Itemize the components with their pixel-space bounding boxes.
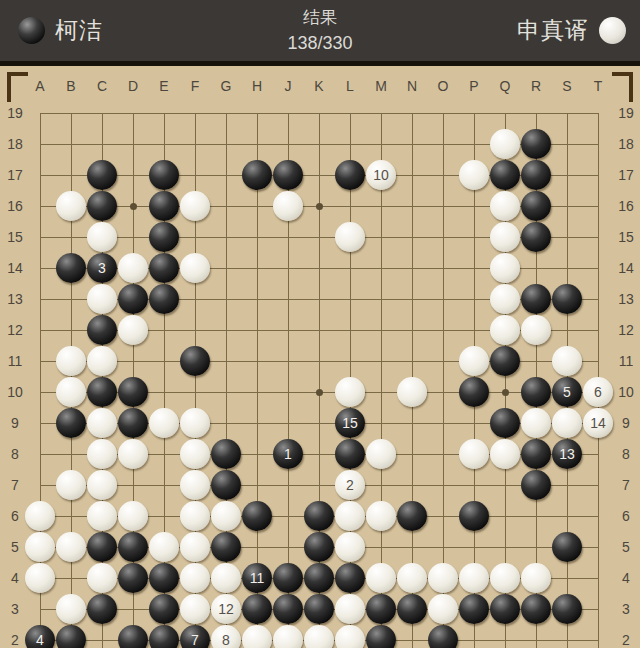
star-point-K10	[316, 389, 323, 396]
black-stone-R8	[521, 439, 551, 469]
black-stone-G7	[211, 470, 241, 500]
white-stone-B16	[56, 191, 86, 221]
black-stone-N6	[397, 501, 427, 531]
grid-hline	[40, 485, 599, 486]
move-number-2: 2	[346, 477, 354, 493]
col-label-L: L	[339, 78, 361, 94]
white-stone-C11	[87, 346, 117, 376]
black-stone-M3	[366, 594, 396, 624]
row-label-right-5: 5	[613, 538, 639, 556]
white-stone-L6	[335, 501, 365, 531]
white-stone-L15	[335, 222, 365, 252]
col-label-J: J	[277, 78, 299, 94]
row-label-right-14: 14	[613, 259, 639, 277]
black-stone-H4: 11	[242, 563, 272, 593]
star-point-Q10	[502, 389, 509, 396]
black-stone-L8	[335, 439, 365, 469]
row-label-left-15: 15	[2, 228, 28, 246]
row-label-left-7: 7	[2, 476, 28, 494]
black-stone-R13	[521, 284, 551, 314]
black-stone-R17	[521, 160, 551, 190]
black-stone-E16	[149, 191, 179, 221]
black-stone-E3	[149, 594, 179, 624]
black-stone-H6	[242, 501, 272, 531]
white-stone-D14	[118, 253, 148, 283]
white-stone-F3	[180, 594, 210, 624]
white-stone-Q13	[490, 284, 520, 314]
move-number-13: 13	[559, 446, 575, 462]
row-label-right-9: 9	[613, 414, 639, 432]
row-label-left-11: 11	[2, 352, 28, 370]
white-stone-K2	[304, 625, 334, 648]
row-label-left-3: 3	[2, 600, 28, 618]
move-number-8: 8	[222, 632, 230, 648]
match-header: 柯洁 结果 138/330 申真谞	[0, 0, 640, 66]
black-stone-J3	[273, 594, 303, 624]
black-stone-D5	[118, 532, 148, 562]
row-label-right-4: 4	[613, 569, 639, 587]
black-stone-H17	[242, 160, 272, 190]
col-label-E: E	[153, 78, 175, 94]
move-number-1: 1	[284, 446, 292, 462]
white-stone-Q18	[490, 129, 520, 159]
row-label-right-6: 6	[613, 507, 639, 525]
white-stone-F5	[180, 532, 210, 562]
black-stone-J17	[273, 160, 303, 190]
black-stone-Q3	[490, 594, 520, 624]
black-stone-L4	[335, 563, 365, 593]
row-label-left-13: 13	[2, 290, 28, 308]
black-stone-S3	[552, 594, 582, 624]
white-stone-F4	[180, 563, 210, 593]
black-stone-C3	[87, 594, 117, 624]
white-stone-O4	[428, 563, 458, 593]
black-stone-K4	[304, 563, 334, 593]
white-stone-F9	[180, 408, 210, 438]
go-board[interactable]: ABCDEFGHJKLMNOPQRST191918181717161615151…	[0, 66, 640, 648]
col-label-P: P	[463, 78, 485, 94]
white-stone-D8	[118, 439, 148, 469]
white-stone-G6	[211, 501, 241, 531]
white-stone-F6	[180, 501, 210, 531]
black-stone-O2	[428, 625, 458, 648]
col-label-O: O	[432, 78, 454, 94]
white-stone-C15	[87, 222, 117, 252]
board-frame-corner-left	[7, 72, 28, 102]
black-stone-R3	[521, 594, 551, 624]
black-stone-E4	[149, 563, 179, 593]
white-stone-F8	[180, 439, 210, 469]
col-label-K: K	[308, 78, 330, 94]
black-stone-D9	[118, 408, 148, 438]
black-stone-J4	[273, 563, 303, 593]
black-stone-E2	[149, 625, 179, 648]
col-label-N: N	[401, 78, 423, 94]
black-stone-L9: 15	[335, 408, 365, 438]
go-app-screen: 柯洁 结果 138/330 申真谞 ABCDEFGHJKLMNOPQRST191…	[0, 0, 640, 648]
white-stone-J2	[273, 625, 303, 648]
col-label-B: B	[60, 78, 82, 94]
white-stone-D12	[118, 315, 148, 345]
black-stone-J8: 1	[273, 439, 303, 469]
col-label-H: H	[246, 78, 268, 94]
col-label-G: G	[215, 78, 237, 94]
black-stone-D4	[118, 563, 148, 593]
white-stone-N4	[397, 563, 427, 593]
white-stone-Q8	[490, 439, 520, 469]
col-label-Q: Q	[494, 78, 516, 94]
col-label-S: S	[556, 78, 578, 94]
white-stone-N10	[397, 377, 427, 407]
black-stone-A2: 4	[25, 625, 55, 648]
row-label-right-15: 15	[613, 228, 639, 246]
row-label-right-8: 8	[613, 445, 639, 463]
row-label-right-13: 13	[613, 290, 639, 308]
white-stone-C6	[87, 501, 117, 531]
white-stone-M4	[366, 563, 396, 593]
white-stone-O3	[428, 594, 458, 624]
black-stone-F2: 7	[180, 625, 210, 648]
row-label-left-12: 12	[2, 321, 28, 339]
white-stone-C13	[87, 284, 117, 314]
white-stone-C4	[87, 563, 117, 593]
move-number-11: 11	[250, 570, 265, 586]
white-stone-B7	[56, 470, 86, 500]
black-stone-S10: 5	[552, 377, 582, 407]
board-frame-corner-right	[612, 72, 633, 102]
move-number-15: 15	[342, 415, 358, 431]
row-label-left-17: 17	[2, 166, 28, 184]
white-stone-B10	[56, 377, 86, 407]
move-number-4: 4	[36, 632, 44, 648]
white-stone-C8	[87, 439, 117, 469]
black-stone-R7	[521, 470, 551, 500]
white-stone-P17	[459, 160, 489, 190]
row-label-right-3: 3	[613, 600, 639, 618]
col-label-R: R	[525, 78, 547, 94]
black-stone-S8: 13	[552, 439, 582, 469]
black-stone-C10	[87, 377, 117, 407]
black-stone-S13	[552, 284, 582, 314]
row-label-right-11: 11	[613, 352, 639, 370]
row-label-left-19: 19	[2, 104, 28, 122]
row-label-right-2: 2	[613, 631, 639, 648]
black-stone-Q17	[490, 160, 520, 190]
white-stone-S9	[552, 408, 582, 438]
black-stone-G5	[211, 532, 241, 562]
white-stone-L5	[335, 532, 365, 562]
white-stone-M8	[366, 439, 396, 469]
col-label-A: A	[29, 78, 51, 94]
row-label-right-10: 10	[613, 383, 639, 401]
black-stone-L17	[335, 160, 365, 190]
white-stone-J16	[273, 191, 303, 221]
black-stone-D2	[118, 625, 148, 648]
white-stone-M6	[366, 501, 396, 531]
white-stone-B3	[56, 594, 86, 624]
white-stone-G3: 12	[211, 594, 241, 624]
black-stone-K3	[304, 594, 334, 624]
black-stone-K5	[304, 532, 334, 562]
white-stone-P4	[459, 563, 489, 593]
black-stone-N3	[397, 594, 427, 624]
move-number-10: 10	[373, 167, 389, 183]
row-label-right-12: 12	[613, 321, 639, 339]
move-number-14: 14	[590, 415, 606, 431]
white-stone-D6	[118, 501, 148, 531]
white-stone-E5	[149, 532, 179, 562]
white-stone-B11	[56, 346, 86, 376]
white-stone-L3	[335, 594, 365, 624]
white-stone-H2	[242, 625, 272, 648]
black-stone-R18	[521, 129, 551, 159]
black-stone-Q11	[490, 346, 520, 376]
white-stone-R9	[521, 408, 551, 438]
black-stone-E14	[149, 253, 179, 283]
black-stone-S5	[552, 532, 582, 562]
black-stone-P3	[459, 594, 489, 624]
black-stone-D13	[118, 284, 148, 314]
white-stone-F14	[180, 253, 210, 283]
row-label-left-18: 18	[2, 135, 28, 153]
white-stone-Q15	[490, 222, 520, 252]
black-stone-P6	[459, 501, 489, 531]
white-stone-Q14	[490, 253, 520, 283]
white-stone-S11	[552, 346, 582, 376]
black-stone-C5	[87, 532, 117, 562]
black-stone-F11	[180, 346, 210, 376]
row-label-right-16: 16	[613, 197, 639, 215]
row-label-left-8: 8	[2, 445, 28, 463]
white-stone-R4	[521, 563, 551, 593]
black-stone-B14	[56, 253, 86, 283]
black-stone-B9	[56, 408, 86, 438]
col-label-M: M	[370, 78, 392, 94]
white-stone-L2	[335, 625, 365, 648]
row-label-right-17: 17	[613, 166, 639, 184]
white-stone-C9	[87, 408, 117, 438]
white-stone-T9: 14	[583, 408, 613, 438]
white-stone-A6	[25, 501, 55, 531]
white-stone-T10: 6	[583, 377, 613, 407]
white-player-name: 申真谞	[517, 15, 589, 46]
row-label-left-14: 14	[2, 259, 28, 277]
black-stone-K6	[304, 501, 334, 531]
white-stone-F16	[180, 191, 210, 221]
white-stone-B5	[56, 532, 86, 562]
move-number-3: 3	[98, 260, 106, 276]
black-stone-C14: 3	[87, 253, 117, 283]
white-stone-Q16	[490, 191, 520, 221]
white-stone-M17: 10	[366, 160, 396, 190]
white-stone-G2: 8	[211, 625, 241, 648]
row-label-left-10: 10	[2, 383, 28, 401]
white-stone-Q4	[490, 563, 520, 593]
white-stone-Q12	[490, 315, 520, 345]
row-label-left-9: 9	[2, 414, 28, 432]
black-stone-R10	[521, 377, 551, 407]
white-stone-R12	[521, 315, 551, 345]
row-label-right-18: 18	[613, 135, 639, 153]
move-number-6: 6	[594, 384, 602, 400]
white-stone-P8	[459, 439, 489, 469]
white-stone-A4	[25, 563, 55, 593]
black-stone-H3	[242, 594, 272, 624]
move-number-5: 5	[563, 384, 571, 400]
col-label-D: D	[122, 78, 144, 94]
black-stone-Q9	[490, 408, 520, 438]
move-number-7: 7	[191, 632, 199, 648]
white-stone-icon	[599, 17, 626, 44]
white-stone-L7: 2	[335, 470, 365, 500]
star-point-D16	[130, 203, 137, 210]
white-stone-G4	[211, 563, 241, 593]
black-stone-C16	[87, 191, 117, 221]
white-stone-E9	[149, 408, 179, 438]
col-label-F: F	[184, 78, 206, 94]
black-stone-C12	[87, 315, 117, 345]
col-label-C: C	[91, 78, 113, 94]
star-point-K16	[316, 203, 323, 210]
black-stone-R16	[521, 191, 551, 221]
white-stone-A5	[25, 532, 55, 562]
black-stone-P10	[459, 377, 489, 407]
black-stone-R15	[521, 222, 551, 252]
black-stone-E13	[149, 284, 179, 314]
row-label-right-7: 7	[613, 476, 639, 494]
black-stone-B2	[56, 625, 86, 648]
col-label-T: T	[587, 78, 609, 94]
black-stone-C17	[87, 160, 117, 190]
white-stone-L10	[335, 377, 365, 407]
black-stone-E15	[149, 222, 179, 252]
row-label-right-19: 19	[613, 104, 639, 122]
row-label-left-16: 16	[2, 197, 28, 215]
black-stone-E17	[149, 160, 179, 190]
white-stone-P11	[459, 346, 489, 376]
black-stone-G8	[211, 439, 241, 469]
move-number-12: 12	[218, 601, 234, 617]
black-stone-M2	[366, 625, 396, 648]
white-stone-C7	[87, 470, 117, 500]
white-player: 申真谞	[517, 0, 626, 61]
white-stone-F7	[180, 470, 210, 500]
black-stone-D10	[118, 377, 148, 407]
